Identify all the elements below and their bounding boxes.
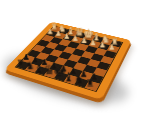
white-p-piece[interactable]: ♟	[97, 41, 107, 49]
square-r2c7[interactable]	[104, 50, 117, 58]
square-r2c5[interactable]	[85, 46, 98, 54]
chess-board: ♜♞♝♛♚♝♞♜♟♟♟♟♟♟♟♟♟♟♟♟♟♟♟♟♜♞♝♛♚♝♞♜	[4, 22, 131, 100]
white-p-piece[interactable]: ♟	[107, 44, 117, 52]
board-perspective-container: ♜♞♝♛♚♝♞♜♟♟♟♟♟♟♟♟♟♟♟♟♟♟♟♟♜♞♝♛♚♝♞♜	[24, 6, 120, 102]
board-grid: ♜♞♝♛♚♝♞♜♟♟♟♟♟♟♟♟♟♟♟♟♟♟♟♟♜♞♝♛♚♝♞♜	[16, 26, 122, 91]
black-r-piece[interactable]: ♜	[84, 79, 96, 89]
chess-set-photo: ♜♞♝♛♚♝♞♜♟♟♟♟♟♟♟♟♟♟♟♟♟♟♟♟♜♞♝♛♚♝♞♜	[0, 0, 150, 113]
square-r7c7[interactable]: ♜	[85, 81, 100, 91]
board-pinstripe-border: ♜♞♝♛♚♝♞♜♟♟♟♟♟♟♟♟♟♟♟♟♟♟♟♟♜♞♝♛♚♝♞♜	[15, 26, 124, 92]
